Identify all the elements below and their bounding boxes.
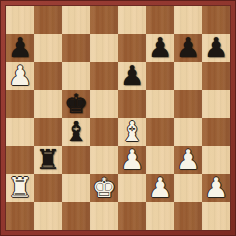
square-h4[interactable] (202, 118, 230, 146)
square-e2[interactable] (118, 174, 146, 202)
piece-white-pawn: ♟ (120, 146, 144, 174)
square-f5[interactable] (146, 90, 174, 118)
square-a7[interactable]: ♟ (6, 34, 34, 62)
square-c3[interactable] (62, 146, 90, 174)
square-a5[interactable] (6, 90, 34, 118)
square-d5[interactable] (90, 90, 118, 118)
piece-black-pawn: ♟ (120, 62, 144, 90)
square-f6[interactable] (146, 62, 174, 90)
chess-board-frame: ♟♟♟♟♟♟♚♝♝♜♟♟♜♚♟♟ (0, 0, 236, 236)
square-h8[interactable] (202, 6, 230, 34)
square-h6[interactable] (202, 62, 230, 90)
square-g7[interactable]: ♟ (174, 34, 202, 62)
square-d2[interactable]: ♚ (90, 174, 118, 202)
square-g3[interactable]: ♟ (174, 146, 202, 174)
piece-white-pawn: ♟ (8, 62, 32, 90)
square-f2[interactable]: ♟ (146, 174, 174, 202)
square-a2[interactable]: ♜ (6, 174, 34, 202)
square-f8[interactable] (146, 6, 174, 34)
square-g4[interactable] (174, 118, 202, 146)
piece-white-pawn: ♟ (204, 174, 228, 202)
square-e1[interactable] (118, 202, 146, 230)
square-c6[interactable] (62, 62, 90, 90)
square-g1[interactable] (174, 202, 202, 230)
square-f1[interactable] (146, 202, 174, 230)
square-h5[interactable] (202, 90, 230, 118)
square-b6[interactable] (34, 62, 62, 90)
square-d7[interactable] (90, 34, 118, 62)
square-f3[interactable] (146, 146, 174, 174)
square-c4[interactable]: ♝ (62, 118, 90, 146)
square-b5[interactable] (34, 90, 62, 118)
piece-black-pawn: ♟ (148, 34, 172, 62)
piece-white-bishop: ♝ (120, 118, 144, 146)
piece-black-rook: ♜ (36, 146, 60, 174)
square-a1[interactable] (6, 202, 34, 230)
square-c2[interactable] (62, 174, 90, 202)
square-c1[interactable] (62, 202, 90, 230)
piece-white-king: ♚ (92, 174, 116, 202)
piece-black-pawn: ♟ (176, 34, 200, 62)
piece-black-pawn: ♟ (8, 34, 32, 62)
square-b7[interactable] (34, 34, 62, 62)
square-a4[interactable] (6, 118, 34, 146)
square-h2[interactable]: ♟ (202, 174, 230, 202)
square-b1[interactable] (34, 202, 62, 230)
square-d1[interactable] (90, 202, 118, 230)
square-a6[interactable]: ♟ (6, 62, 34, 90)
square-h1[interactable] (202, 202, 230, 230)
square-e8[interactable] (118, 6, 146, 34)
chess-board: ♟♟♟♟♟♟♚♝♝♜♟♟♜♚♟♟ (6, 6, 230, 230)
square-g8[interactable] (174, 6, 202, 34)
square-b2[interactable] (34, 174, 62, 202)
piece-white-pawn: ♟ (148, 174, 172, 202)
square-g2[interactable] (174, 174, 202, 202)
square-a3[interactable] (6, 146, 34, 174)
square-f4[interactable] (146, 118, 174, 146)
square-b3[interactable]: ♜ (34, 146, 62, 174)
square-c5[interactable]: ♚ (62, 90, 90, 118)
square-d6[interactable] (90, 62, 118, 90)
square-h7[interactable]: ♟ (202, 34, 230, 62)
square-f7[interactable]: ♟ (146, 34, 174, 62)
square-b4[interactable] (34, 118, 62, 146)
piece-white-pawn: ♟ (176, 146, 200, 174)
square-d3[interactable] (90, 146, 118, 174)
square-g6[interactable] (174, 62, 202, 90)
square-h3[interactable] (202, 146, 230, 174)
square-d4[interactable] (90, 118, 118, 146)
square-e6[interactable]: ♟ (118, 62, 146, 90)
square-c8[interactable] (62, 6, 90, 34)
square-e7[interactable] (118, 34, 146, 62)
square-e5[interactable] (118, 90, 146, 118)
square-b8[interactable] (34, 6, 62, 34)
piece-black-king: ♚ (64, 90, 88, 118)
square-e3[interactable]: ♟ (118, 146, 146, 174)
square-g5[interactable] (174, 90, 202, 118)
piece-white-rook: ♜ (8, 174, 32, 202)
square-d8[interactable] (90, 6, 118, 34)
square-e4[interactable]: ♝ (118, 118, 146, 146)
square-c7[interactable] (62, 34, 90, 62)
square-a8[interactable] (6, 6, 34, 34)
piece-black-bishop: ♝ (64, 118, 88, 146)
piece-black-pawn: ♟ (204, 34, 228, 62)
